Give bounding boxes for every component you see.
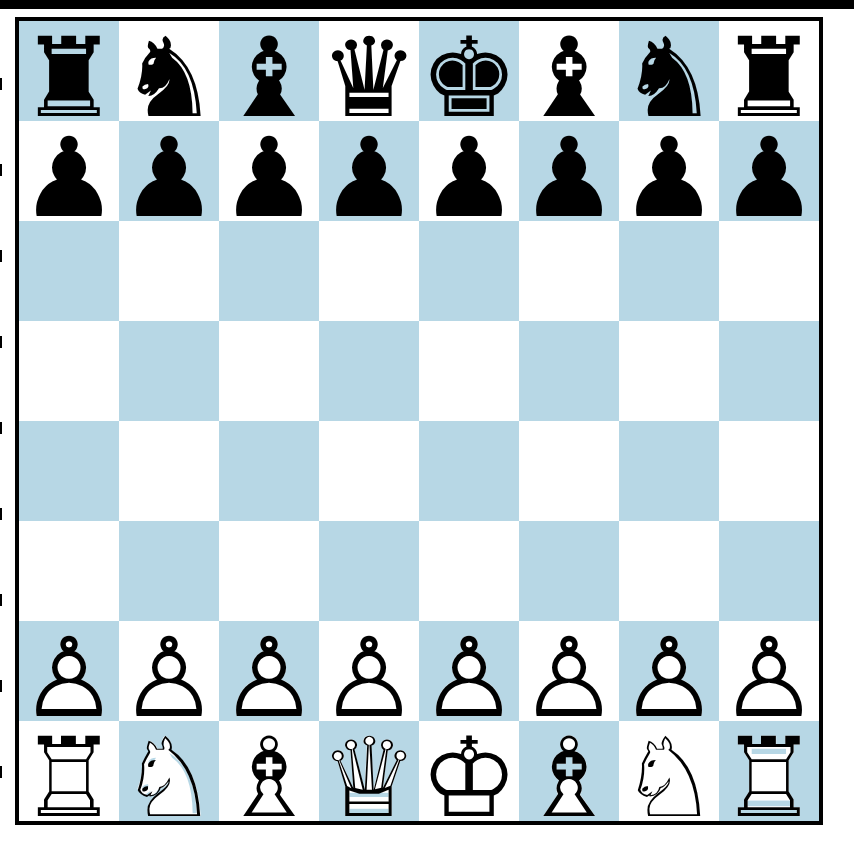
piece-white-king-fill: ♚ xyxy=(419,728,519,828)
piece-white-queen[interactable]: ♕ xyxy=(319,728,419,828)
square-a4[interactable] xyxy=(19,421,119,521)
piece-black-pawn[interactable]: ♟ xyxy=(319,128,419,228)
square-b6[interactable] xyxy=(119,221,219,321)
square-h4[interactable] xyxy=(719,421,819,521)
square-f1[interactable]: ♝♗ xyxy=(519,721,619,821)
square-d8[interactable]: ♛ xyxy=(319,21,419,121)
piece-black-pawn[interactable]: ♟ xyxy=(19,128,119,228)
piece-black-bishop[interactable]: ♝ xyxy=(219,28,319,128)
square-d7[interactable]: ♟ xyxy=(319,121,419,221)
top-edge-bar xyxy=(0,0,854,9)
piece-white-pawn[interactable]: ♙ xyxy=(119,628,219,728)
square-c3[interactable] xyxy=(219,521,319,621)
square-c8[interactable]: ♝ xyxy=(219,21,319,121)
piece-white-rook[interactable]: ♖ xyxy=(719,728,819,828)
piece-black-knight[interactable]: ♞ xyxy=(619,28,719,128)
square-c7[interactable]: ♟ xyxy=(219,121,319,221)
piece-white-pawn-fill: ♟ xyxy=(119,628,219,728)
piece-black-pawn[interactable]: ♟ xyxy=(719,128,819,228)
square-e1[interactable]: ♚♔ xyxy=(419,721,519,821)
square-g7[interactable]: ♟ xyxy=(619,121,719,221)
square-g1[interactable]: ♞♘ xyxy=(619,721,719,821)
square-a2[interactable]: ♟♙ xyxy=(19,621,119,721)
square-f6[interactable] xyxy=(519,221,619,321)
square-f7[interactable]: ♟ xyxy=(519,121,619,221)
square-h1[interactable]: ♜♖ xyxy=(719,721,819,821)
piece-white-pawn-fill: ♟ xyxy=(219,628,319,728)
piece-black-queen[interactable]: ♛ xyxy=(319,28,419,128)
piece-white-pawn[interactable]: ♙ xyxy=(519,628,619,728)
piece-white-rook-fill: ♜ xyxy=(719,728,819,828)
square-c4[interactable] xyxy=(219,421,319,521)
square-a7[interactable]: ♟ xyxy=(19,121,119,221)
piece-white-knight-fill: ♞ xyxy=(619,728,719,828)
piece-white-bishop[interactable]: ♗ xyxy=(519,728,619,828)
square-e7[interactable]: ♟ xyxy=(419,121,519,221)
square-h6[interactable] xyxy=(719,221,819,321)
square-d5[interactable] xyxy=(319,321,419,421)
piece-black-pawn[interactable]: ♟ xyxy=(619,128,719,228)
piece-white-pawn[interactable]: ♙ xyxy=(619,628,719,728)
square-f4[interactable] xyxy=(519,421,619,521)
piece-white-pawn[interactable]: ♙ xyxy=(319,628,419,728)
square-f2[interactable]: ♟♙ xyxy=(519,621,619,721)
piece-white-pawn[interactable]: ♙ xyxy=(219,628,319,728)
square-a8[interactable]: ♜ xyxy=(19,21,119,121)
square-a1[interactable]: ♜♖ xyxy=(19,721,119,821)
piece-white-knight[interactable]: ♘ xyxy=(119,728,219,828)
square-h8[interactable]: ♜ xyxy=(719,21,819,121)
piece-black-rook[interactable]: ♜ xyxy=(719,28,819,128)
square-e3[interactable] xyxy=(419,521,519,621)
piece-black-king[interactable]: ♚ xyxy=(419,28,519,128)
page: ♜♞♝♛♚♝♞♜♟♟♟♟♟♟♟♟♟♙♟♙♟♙♟♙♟♙♟♙♟♙♟♙♜♖♞♘♝♗♛♕… xyxy=(0,0,854,852)
piece-white-knight[interactable]: ♘ xyxy=(619,728,719,828)
square-d3[interactable] xyxy=(319,521,419,621)
square-c6[interactable] xyxy=(219,221,319,321)
piece-black-bishop[interactable]: ♝ xyxy=(519,28,619,128)
square-c1[interactable]: ♝♗ xyxy=(219,721,319,821)
piece-black-pawn[interactable]: ♟ xyxy=(119,128,219,228)
square-g6[interactable] xyxy=(619,221,719,321)
piece-white-knight-fill: ♞ xyxy=(119,728,219,828)
piece-white-queen-fill: ♛ xyxy=(319,728,419,828)
piece-white-king[interactable]: ♔ xyxy=(419,728,519,828)
piece-white-pawn-fill: ♟ xyxy=(319,628,419,728)
square-g3[interactable] xyxy=(619,521,719,621)
square-h2[interactable]: ♟♙ xyxy=(719,621,819,721)
square-b2[interactable]: ♟♙ xyxy=(119,621,219,721)
piece-white-pawn-fill: ♟ xyxy=(419,628,519,728)
square-d1[interactable]: ♛♕ xyxy=(319,721,419,821)
square-b4[interactable] xyxy=(119,421,219,521)
square-g4[interactable] xyxy=(619,421,719,521)
piece-white-rook[interactable]: ♖ xyxy=(19,728,119,828)
square-g8[interactable]: ♞ xyxy=(619,21,719,121)
piece-black-pawn[interactable]: ♟ xyxy=(519,128,619,228)
piece-white-pawn[interactable]: ♙ xyxy=(19,628,119,728)
piece-white-pawn-fill: ♟ xyxy=(619,628,719,728)
piece-black-rook[interactable]: ♜ xyxy=(19,28,119,128)
square-b1[interactable]: ♞♘ xyxy=(119,721,219,821)
square-f3[interactable] xyxy=(519,521,619,621)
square-b3[interactable] xyxy=(119,521,219,621)
square-h7[interactable]: ♟ xyxy=(719,121,819,221)
square-d2[interactable]: ♟♙ xyxy=(319,621,419,721)
chess-board: ♜♞♝♛♚♝♞♜♟♟♟♟♟♟♟♟♟♙♟♙♟♙♟♙♟♙♟♙♟♙♟♙♜♖♞♘♝♗♛♕… xyxy=(15,17,823,825)
piece-black-pawn[interactable]: ♟ xyxy=(419,128,519,228)
square-h3[interactable] xyxy=(719,521,819,621)
square-d4[interactable] xyxy=(319,421,419,521)
square-e6[interactable] xyxy=(419,221,519,321)
square-e8[interactable]: ♚ xyxy=(419,21,519,121)
square-f8[interactable]: ♝ xyxy=(519,21,619,121)
piece-white-pawn[interactable]: ♙ xyxy=(419,628,519,728)
piece-white-pawn-fill: ♟ xyxy=(19,628,119,728)
piece-white-rook-fill: ♜ xyxy=(19,728,119,828)
piece-black-knight[interactable]: ♞ xyxy=(119,28,219,128)
square-e2[interactable]: ♟♙ xyxy=(419,621,519,721)
piece-white-pawn-fill: ♟ xyxy=(519,628,619,728)
square-b8[interactable]: ♞ xyxy=(119,21,219,121)
piece-black-pawn[interactable]: ♟ xyxy=(219,128,319,228)
square-e4[interactable] xyxy=(419,421,519,521)
square-f5[interactable] xyxy=(519,321,619,421)
square-a5[interactable] xyxy=(19,321,119,421)
piece-white-pawn-fill: ♟ xyxy=(719,628,819,728)
piece-white-bishop[interactable]: ♗ xyxy=(219,728,319,828)
square-a3[interactable] xyxy=(19,521,119,621)
left-edge-dashes xyxy=(0,78,2,830)
square-a6[interactable] xyxy=(19,221,119,321)
piece-white-bishop-fill: ♝ xyxy=(519,728,619,828)
piece-white-pawn[interactable]: ♙ xyxy=(719,628,819,728)
square-g2[interactable]: ♟♙ xyxy=(619,621,719,721)
square-e5[interactable] xyxy=(419,321,519,421)
square-d6[interactable] xyxy=(319,221,419,321)
square-b7[interactable]: ♟ xyxy=(119,121,219,221)
piece-white-bishop-fill: ♝ xyxy=(219,728,319,828)
square-g5[interactable] xyxy=(619,321,719,421)
square-h5[interactable] xyxy=(719,321,819,421)
square-b5[interactable] xyxy=(119,321,219,421)
square-c5[interactable] xyxy=(219,321,319,421)
square-c2[interactable]: ♟♙ xyxy=(219,621,319,721)
